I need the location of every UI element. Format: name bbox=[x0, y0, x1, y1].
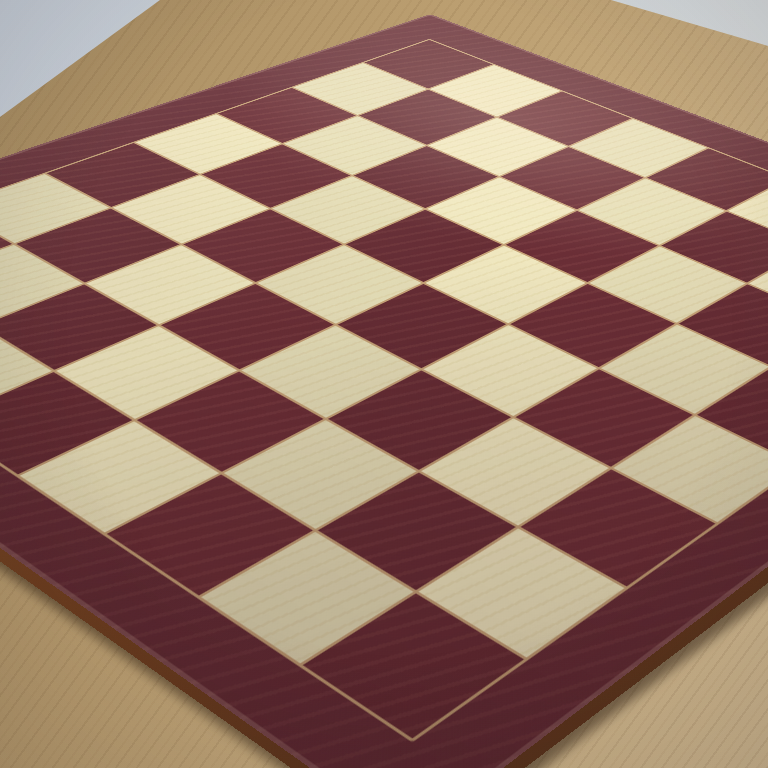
photo-scene bbox=[0, 0, 768, 768]
